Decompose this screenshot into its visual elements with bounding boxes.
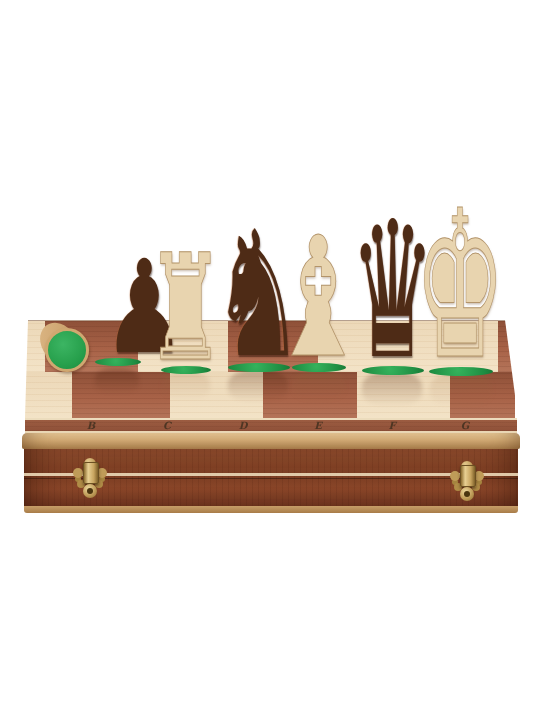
latch-knob (460, 487, 474, 501)
white-pawn-lying-felt-base (45, 328, 89, 372)
file-label-f: F (383, 419, 401, 432)
file-label-e: E (309, 419, 327, 432)
brass-latch-left (70, 456, 110, 504)
latch-hasp (83, 462, 99, 484)
file-label-b: B (82, 419, 100, 432)
chess-set-photo: B C D E F G ♟ ♜ ♞ ♝ ♛ ♚ (0, 0, 540, 720)
box-lid-edge (22, 433, 520, 449)
brass-latch-right (447, 459, 487, 507)
file-label-c: C (158, 419, 176, 432)
file-label-g: G (456, 419, 474, 432)
file-label-d: D (234, 419, 252, 432)
white-king-piece: ♚ (409, 184, 511, 388)
latch-hasp (460, 465, 476, 487)
board-square (25, 372, 72, 419)
box-base-trim (24, 506, 518, 513)
latch-knob (83, 484, 97, 498)
